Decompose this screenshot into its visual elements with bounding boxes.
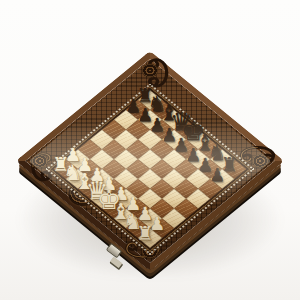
photo-background: ♜♞♝♛♚♝♞♜♟♟♟♟♟♟♟♟♟♟♟♟♟♟♟♟♜♞♝♛♚♝♞♜ bbox=[0, 0, 300, 300]
